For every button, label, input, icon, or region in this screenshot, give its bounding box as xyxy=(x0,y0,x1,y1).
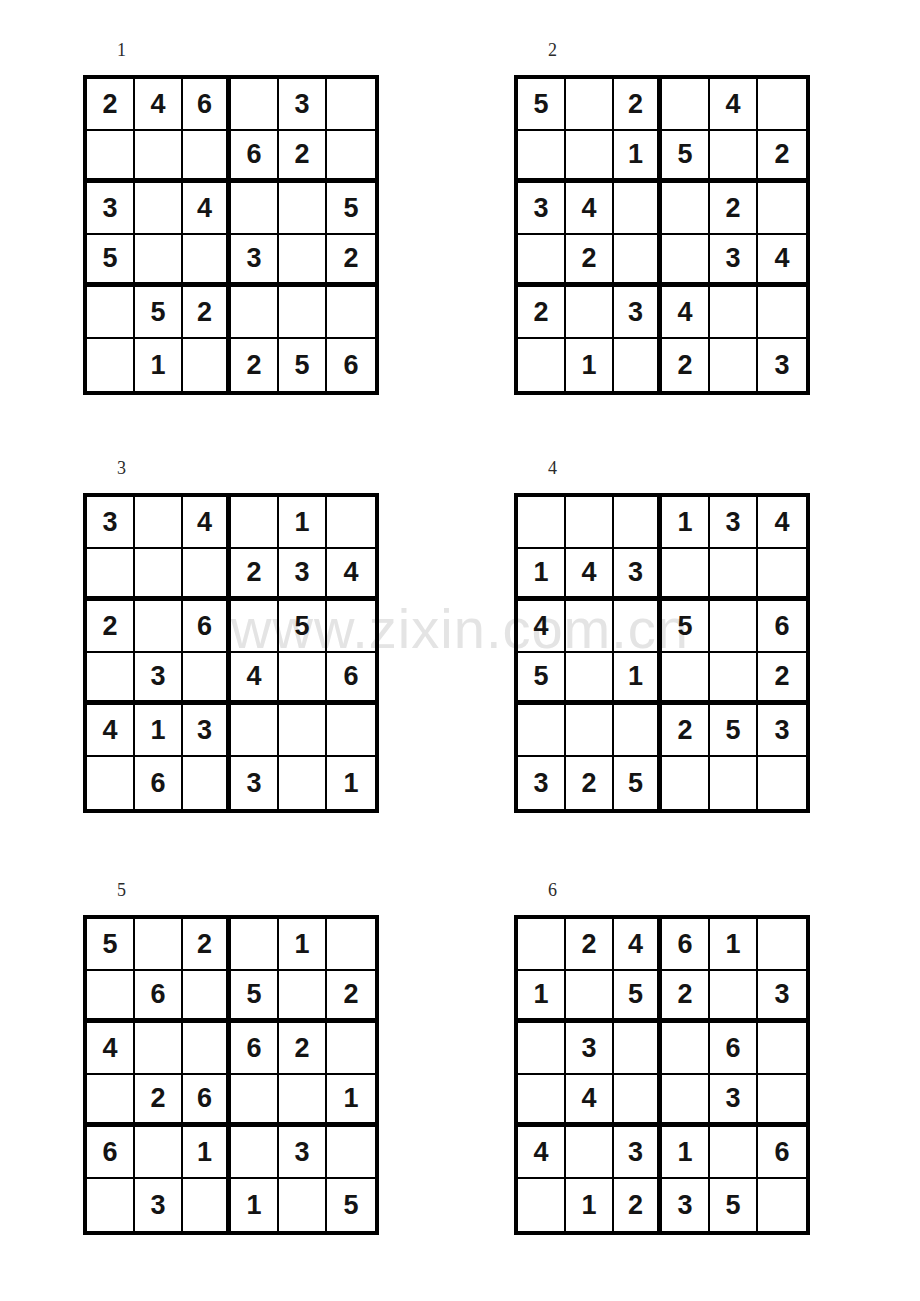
sudoku-cell-r5c1-given: 2 xyxy=(518,287,566,339)
sudoku-cell-r5c6-empty xyxy=(327,705,375,757)
sudoku-cell-r2c5-empty xyxy=(279,971,327,1023)
sudoku-cell-r6c4-given: 1 xyxy=(231,1179,279,1231)
sudoku-cell-r1c2-empty xyxy=(566,497,614,549)
sudoku-cell-r4c2-empty xyxy=(566,653,614,705)
sudoku-cell-r2c2-empty xyxy=(135,131,183,183)
sudoku-cell-r6c3-empty xyxy=(183,1179,231,1231)
sudoku-cell-r6c6-given: 5 xyxy=(327,1179,375,1231)
sudoku-cell-r2c2-empty xyxy=(566,131,614,183)
sudoku-board-3: 341234265346413631 xyxy=(83,493,379,813)
sudoku-cell-r6c4-given: 2 xyxy=(231,339,279,391)
sudoku-cell-r2c6-given: 4 xyxy=(327,549,375,601)
sudoku-cell-r1c3-given: 2 xyxy=(183,919,231,971)
sudoku-board-1: 246362345532521256 xyxy=(83,75,379,395)
sudoku-cell-r6c3-empty xyxy=(183,339,231,391)
sudoku-cell-r1c1-empty xyxy=(518,497,566,549)
sudoku-cell-r6c6-given: 6 xyxy=(327,339,375,391)
sudoku-cell-r6c3-given: 2 xyxy=(614,1179,662,1231)
sudoku-cell-r5c4-empty xyxy=(231,705,279,757)
sudoku-cell-r6c5-empty xyxy=(710,757,758,809)
sudoku-cell-r4c6-empty xyxy=(758,1075,806,1127)
sudoku-cell-r5c5-empty xyxy=(710,287,758,339)
sudoku-cell-r4c4-empty xyxy=(662,235,710,287)
sudoku-board-2: 524152342234234123 xyxy=(514,75,810,395)
sudoku-cell-r1c2-empty xyxy=(135,919,183,971)
sudoku-cell-r2c2-given: 6 xyxy=(135,971,183,1023)
sudoku-cell-r3c6-empty xyxy=(758,183,806,235)
sudoku-cell-r2c6-given: 2 xyxy=(327,971,375,1023)
sudoku-cell-r2c1-given: 1 xyxy=(518,549,566,601)
sudoku-cell-r4c5-empty xyxy=(710,653,758,705)
sudoku-cell-r2c4-given: 6 xyxy=(231,131,279,183)
sudoku-cell-r5c4-given: 2 xyxy=(662,705,710,757)
sudoku-cell-r1c3-given: 6 xyxy=(183,79,231,131)
sudoku-cell-r3c3-given: 6 xyxy=(183,601,231,653)
sudoku-cell-r5c5-given: 5 xyxy=(710,705,758,757)
sudoku-cell-r5c6-empty xyxy=(758,287,806,339)
sudoku-cell-r5c2-empty xyxy=(135,1127,183,1179)
sudoku-cell-r6c1-empty xyxy=(518,1179,566,1231)
sudoku-cell-r4c6-given: 2 xyxy=(327,235,375,287)
sudoku-cell-r4c6-given: 4 xyxy=(758,235,806,287)
sudoku-cell-r6c1-given: 3 xyxy=(518,757,566,809)
sudoku-cell-r5c4-given: 1 xyxy=(662,1127,710,1179)
sudoku-cell-r2c1-empty xyxy=(87,131,135,183)
sudoku-cell-r1c1-given: 3 xyxy=(87,497,135,549)
sudoku-cell-r1c6-empty xyxy=(327,79,375,131)
puzzle-2: 2 524152342234234123 xyxy=(514,40,810,395)
sudoku-cell-r5c5-empty xyxy=(279,287,327,339)
sudoku-cell-r6c1-empty xyxy=(87,339,135,391)
sudoku-cell-r6c1-empty xyxy=(518,339,566,391)
sudoku-cell-r5c3-given: 3 xyxy=(614,287,662,339)
sudoku-cell-r3c1-given: 4 xyxy=(518,601,566,653)
sudoku-cell-r2c6-given: 2 xyxy=(758,131,806,183)
sudoku-cell-r1c3-given: 4 xyxy=(183,497,231,549)
sudoku-cell-r3c5-empty xyxy=(710,601,758,653)
sudoku-cell-r6c3-empty xyxy=(183,757,231,809)
sudoku-cell-r3c5-given: 5 xyxy=(279,601,327,653)
sudoku-cell-r6c5-empty xyxy=(279,1179,327,1231)
sudoku-cell-r3c1-empty xyxy=(518,1023,566,1075)
sudoku-cell-r5c3-given: 2 xyxy=(183,287,231,339)
sudoku-cell-r4c4-empty xyxy=(662,1075,710,1127)
sudoku-cell-r1c5-given: 1 xyxy=(710,919,758,971)
sudoku-cell-r3c5-given: 2 xyxy=(710,183,758,235)
sudoku-cell-r5c4-empty xyxy=(231,1127,279,1179)
sudoku-cell-r5c1-given: 4 xyxy=(87,705,135,757)
sudoku-cell-r5c3-empty xyxy=(614,705,662,757)
sudoku-cell-r5c6-empty xyxy=(327,1127,375,1179)
sudoku-cell-r1c6-empty xyxy=(327,497,375,549)
sudoku-cell-r1c5-given: 1 xyxy=(279,919,327,971)
sudoku-cell-r2c4-given: 5 xyxy=(662,131,710,183)
sudoku-cell-r4c2-empty xyxy=(135,235,183,287)
sudoku-cell-r1c4-given: 6 xyxy=(662,919,710,971)
sudoku-cell-r5c4-given: 4 xyxy=(662,287,710,339)
sudoku-cell-r3c1-given: 3 xyxy=(87,183,135,235)
puzzle-4-label: 4 xyxy=(514,458,810,478)
sudoku-cell-r3c3-empty xyxy=(614,1023,662,1075)
sudoku-cell-r1c1-empty xyxy=(518,919,566,971)
sudoku-cell-r1c1-given: 5 xyxy=(518,79,566,131)
sudoku-cell-r1c5-given: 3 xyxy=(279,79,327,131)
sudoku-cell-r1c6-empty xyxy=(327,919,375,971)
sudoku-cell-r3c6-empty xyxy=(758,1023,806,1075)
sudoku-cell-r1c1-given: 2 xyxy=(87,79,135,131)
sudoku-cell-r2c4-given: 5 xyxy=(231,971,279,1023)
sudoku-cell-r5c2-given: 5 xyxy=(135,287,183,339)
sudoku-cell-r3c3-empty xyxy=(614,183,662,235)
puzzle-1: 1 246362345532521256 xyxy=(83,40,379,395)
sudoku-cell-r6c4-given: 2 xyxy=(662,339,710,391)
sudoku-cell-r6c5-given: 5 xyxy=(279,339,327,391)
sudoku-cell-r4c4-given: 3 xyxy=(231,235,279,287)
sudoku-cell-r6c4-given: 3 xyxy=(231,757,279,809)
sudoku-cell-r4c5-given: 3 xyxy=(710,1075,758,1127)
sudoku-cell-r5c3-given: 1 xyxy=(183,1127,231,1179)
sudoku-cell-r2c4-empty xyxy=(662,549,710,601)
sudoku-cell-r2c2-given: 4 xyxy=(566,549,614,601)
sudoku-cell-r4c4-empty xyxy=(662,653,710,705)
sudoku-cell-r4c3-empty xyxy=(183,653,231,705)
sudoku-cell-r3c3-empty xyxy=(614,601,662,653)
sudoku-cell-r6c6-given: 3 xyxy=(758,339,806,391)
sudoku-cell-r5c5-given: 3 xyxy=(279,1127,327,1179)
sudoku-cell-r4c1-empty xyxy=(518,235,566,287)
sudoku-cell-r2c6-given: 3 xyxy=(758,971,806,1023)
sudoku-cell-r4c6-given: 6 xyxy=(327,653,375,705)
sudoku-cell-r3c4-empty xyxy=(231,601,279,653)
sudoku-cell-r5c2-given: 1 xyxy=(135,705,183,757)
sudoku-cell-r3c2-given: 4 xyxy=(566,183,614,235)
sudoku-cell-r2c3-given: 1 xyxy=(614,131,662,183)
sudoku-cell-r2c5-empty xyxy=(710,131,758,183)
sudoku-cell-r2c6-empty xyxy=(327,131,375,183)
sudoku-cell-r3c3-empty xyxy=(183,1023,231,1075)
sudoku-cell-r6c5-empty xyxy=(279,757,327,809)
sudoku-cell-r3c6-given: 5 xyxy=(327,183,375,235)
sudoku-board-5: 521652462261613315 xyxy=(83,915,379,1235)
sudoku-cell-r4c3-given: 1 xyxy=(614,653,662,705)
sudoku-cell-r1c2-empty xyxy=(566,79,614,131)
sudoku-cell-r3c2-empty xyxy=(566,601,614,653)
sudoku-cell-r1c6-empty xyxy=(758,79,806,131)
sudoku-cell-r3c1-given: 2 xyxy=(87,601,135,653)
sudoku-cell-r6c6-given: 1 xyxy=(327,757,375,809)
sudoku-cell-r5c1-empty xyxy=(518,705,566,757)
sudoku-cell-r3c4-given: 6 xyxy=(231,1023,279,1075)
sudoku-cell-r3c5-given: 6 xyxy=(710,1023,758,1075)
sudoku-cell-r6c2-given: 3 xyxy=(135,1179,183,1231)
sudoku-cell-r3c4-given: 5 xyxy=(662,601,710,653)
sudoku-cell-r6c6-empty xyxy=(758,757,806,809)
sudoku-cell-r5c1-empty xyxy=(87,287,135,339)
sudoku-cell-r5c3-given: 3 xyxy=(614,1127,662,1179)
sudoku-cell-r1c2-given: 2 xyxy=(566,919,614,971)
sudoku-cell-r3c1-given: 3 xyxy=(518,183,566,235)
sudoku-cell-r1c1-given: 5 xyxy=(87,919,135,971)
sudoku-cell-r5c2-empty xyxy=(566,287,614,339)
sudoku-cell-r5c6-empty xyxy=(327,287,375,339)
sudoku-cell-r3c5-empty xyxy=(279,183,327,235)
sudoku-cell-r3c6-empty xyxy=(327,1023,375,1075)
sudoku-cell-r2c2-empty xyxy=(135,549,183,601)
sudoku-cell-r2c6-empty xyxy=(758,549,806,601)
sudoku-cell-r4c4-given: 4 xyxy=(231,653,279,705)
sudoku-cell-r6c4-empty xyxy=(662,757,710,809)
puzzle-3: 3 341234265346413631 xyxy=(83,458,379,813)
sudoku-cell-r4c3-empty xyxy=(183,235,231,287)
sudoku-cell-r4c6-given: 1 xyxy=(327,1075,375,1127)
sudoku-cell-r1c4-empty xyxy=(231,79,279,131)
sudoku-cell-r5c5-empty xyxy=(279,705,327,757)
sudoku-cell-r3c3-given: 4 xyxy=(183,183,231,235)
sudoku-cell-r4c3-given: 6 xyxy=(183,1075,231,1127)
sudoku-cell-r6c2-given: 2 xyxy=(566,757,614,809)
sudoku-cell-r2c5-given: 3 xyxy=(279,549,327,601)
sudoku-cell-r3c6-given: 6 xyxy=(758,601,806,653)
sudoku-cell-r6c4-given: 3 xyxy=(662,1179,710,1231)
sudoku-cell-r2c1-empty xyxy=(518,131,566,183)
sudoku-cell-r6c2-given: 6 xyxy=(135,757,183,809)
sudoku-cell-r4c4-empty xyxy=(231,1075,279,1127)
sudoku-cell-r1c5-given: 4 xyxy=(710,79,758,131)
sudoku-cell-r5c6-given: 6 xyxy=(758,1127,806,1179)
worksheet-page: www.zixin.com.cn 1 246362345532521256 2 … xyxy=(0,0,920,1301)
sudoku-board-4: 134143456512253325 xyxy=(514,493,810,813)
sudoku-cell-r3c2-given: 3 xyxy=(566,1023,614,1075)
sudoku-cell-r4c1-empty xyxy=(518,1075,566,1127)
puzzle-6-label: 6 xyxy=(514,880,810,900)
sudoku-cell-r4c1-given: 5 xyxy=(518,653,566,705)
sudoku-cell-r5c6-given: 3 xyxy=(758,705,806,757)
puzzle-4: 4 134143456512253325 xyxy=(514,458,810,813)
sudoku-cell-r6c2-given: 1 xyxy=(566,1179,614,1231)
sudoku-cell-r5c4-empty xyxy=(231,287,279,339)
sudoku-cell-r5c1-given: 6 xyxy=(87,1127,135,1179)
sudoku-cell-r3c2-empty xyxy=(135,183,183,235)
sudoku-cell-r2c5-empty xyxy=(710,971,758,1023)
sudoku-cell-r3c2-empty xyxy=(135,1023,183,1075)
sudoku-cell-r3c2-empty xyxy=(135,601,183,653)
sudoku-cell-r5c2-empty xyxy=(566,705,614,757)
sudoku-cell-r1c6-given: 4 xyxy=(758,497,806,549)
sudoku-cell-r4c2-given: 4 xyxy=(566,1075,614,1127)
sudoku-cell-r5c5-empty xyxy=(710,1127,758,1179)
sudoku-cell-r3c4-empty xyxy=(662,1023,710,1075)
sudoku-cell-r1c5-given: 1 xyxy=(279,497,327,549)
sudoku-cell-r1c5-given: 3 xyxy=(710,497,758,549)
sudoku-cell-r1c4-given: 1 xyxy=(662,497,710,549)
puzzle-6: 6 24611523364343161235 xyxy=(514,880,810,1235)
puzzle-1-label: 1 xyxy=(83,40,379,60)
sudoku-cell-r4c2-given: 2 xyxy=(566,235,614,287)
sudoku-cell-r4c5-empty xyxy=(279,653,327,705)
sudoku-cell-r3c4-empty xyxy=(662,183,710,235)
sudoku-cell-r2c3-given: 3 xyxy=(614,549,662,601)
puzzle-5-label: 5 xyxy=(83,880,379,900)
sudoku-cell-r4c5-empty xyxy=(279,235,327,287)
sudoku-cell-r1c3-given: 4 xyxy=(614,919,662,971)
sudoku-cell-r1c3-given: 2 xyxy=(614,79,662,131)
sudoku-cell-r6c3-given: 5 xyxy=(614,757,662,809)
sudoku-cell-r1c3-empty xyxy=(614,497,662,549)
sudoku-cell-r2c5-given: 2 xyxy=(279,131,327,183)
sudoku-cell-r2c2-empty xyxy=(566,971,614,1023)
sudoku-cell-r4c5-given: 3 xyxy=(710,235,758,287)
sudoku-cell-r2c3-empty xyxy=(183,549,231,601)
sudoku-cell-r6c6-empty xyxy=(758,1179,806,1231)
sudoku-cell-r3c1-given: 4 xyxy=(87,1023,135,1075)
sudoku-cell-r4c2-given: 2 xyxy=(135,1075,183,1127)
sudoku-cell-r6c1-empty xyxy=(87,757,135,809)
sudoku-cell-r6c1-empty xyxy=(87,1179,135,1231)
sudoku-cell-r5c2-empty xyxy=(566,1127,614,1179)
sudoku-cell-r5c1-given: 4 xyxy=(518,1127,566,1179)
sudoku-cell-r1c4-empty xyxy=(662,79,710,131)
sudoku-cell-r6c5-empty xyxy=(710,339,758,391)
sudoku-cell-r6c2-given: 1 xyxy=(135,339,183,391)
sudoku-cell-r6c5-given: 5 xyxy=(710,1179,758,1231)
sudoku-cell-r3c5-given: 2 xyxy=(279,1023,327,1075)
sudoku-cell-r2c4-given: 2 xyxy=(662,971,710,1023)
sudoku-cell-r4c1-empty xyxy=(87,653,135,705)
puzzle-2-label: 2 xyxy=(514,40,810,60)
sudoku-cell-r2c1-given: 1 xyxy=(518,971,566,1023)
puzzle-5: 5 521652462261613315 xyxy=(83,880,379,1235)
sudoku-cell-r1c4-empty xyxy=(231,919,279,971)
sudoku-cell-r1c2-given: 4 xyxy=(135,79,183,131)
sudoku-cell-r4c3-empty xyxy=(614,235,662,287)
sudoku-cell-r4c2-given: 3 xyxy=(135,653,183,705)
sudoku-cell-r4c5-empty xyxy=(279,1075,327,1127)
sudoku-cell-r2c1-empty xyxy=(87,971,135,1023)
sudoku-cell-r2c3-empty xyxy=(183,131,231,183)
sudoku-cell-r6c2-given: 1 xyxy=(566,339,614,391)
sudoku-cell-r1c6-empty xyxy=(758,919,806,971)
sudoku-cell-r1c2-empty xyxy=(135,497,183,549)
sudoku-cell-r3c4-empty xyxy=(231,183,279,235)
sudoku-cell-r2c5-empty xyxy=(710,549,758,601)
puzzle-3-label: 3 xyxy=(83,458,379,478)
sudoku-cell-r6c3-empty xyxy=(614,339,662,391)
sudoku-cell-r4c1-empty xyxy=(87,1075,135,1127)
sudoku-cell-r2c1-empty xyxy=(87,549,135,601)
sudoku-cell-r2c4-given: 2 xyxy=(231,549,279,601)
sudoku-cell-r4c3-empty xyxy=(614,1075,662,1127)
sudoku-cell-r2c3-empty xyxy=(183,971,231,1023)
sudoku-cell-r5c3-given: 3 xyxy=(183,705,231,757)
sudoku-board-6: 24611523364343161235 xyxy=(514,915,810,1235)
sudoku-cell-r1c4-empty xyxy=(231,497,279,549)
sudoku-cell-r4c6-given: 2 xyxy=(758,653,806,705)
sudoku-cell-r4c1-given: 5 xyxy=(87,235,135,287)
sudoku-cell-r2c3-given: 5 xyxy=(614,971,662,1023)
sudoku-cell-r3c6-empty xyxy=(327,601,375,653)
